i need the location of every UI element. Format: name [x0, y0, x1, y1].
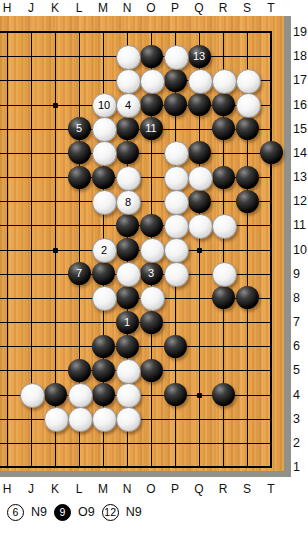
- stone-move-number-N12: 8: [125, 197, 131, 208]
- go-diagram-screen: HJKLMNOPQRST 1351173110482 1918171615141…: [0, 0, 308, 537]
- stone-black-Q16: [188, 93, 211, 116]
- row-label-11: 11: [293, 218, 308, 232]
- stone-white-L4: [68, 383, 93, 408]
- col-label-bottom-K: K: [47, 482, 63, 496]
- stone-black-O5: [140, 359, 163, 382]
- stone-white-R11: [212, 214, 237, 239]
- stone-white-M16: 10: [92, 93, 117, 118]
- row-label-15: 15: [293, 122, 308, 136]
- stone-white-P10: [164, 238, 189, 263]
- stone-white-M10: 2: [92, 238, 117, 263]
- stone-black-S8: [236, 286, 259, 309]
- stone-black-S12: [236, 190, 259, 213]
- row-label-7: 7: [293, 315, 308, 329]
- caption-move-12-circle: 12: [102, 504, 119, 521]
- stone-white-M15: [92, 117, 117, 142]
- row-label-8: 8: [293, 291, 308, 305]
- stone-white-M12: [92, 190, 117, 215]
- stone-white-M8: [92, 286, 117, 311]
- col-label-bottom-O: O: [143, 482, 159, 496]
- stone-black-N10: [116, 238, 139, 261]
- stone-black-O9: 3: [140, 262, 163, 285]
- stone-black-Q14: [188, 141, 211, 164]
- stone-white-Q13: [188, 166, 213, 191]
- col-label-bottom-N: N: [119, 482, 135, 496]
- stone-move-number-O15: 11: [145, 123, 156, 134]
- stone-black-L5: [68, 359, 91, 382]
- stone-black-N7: 1: [116, 311, 139, 334]
- stone-black-N6: [116, 335, 139, 358]
- stone-move-number-L9: 7: [76, 268, 82, 279]
- stone-black-P6: [164, 335, 187, 358]
- stone-white-O10: [140, 238, 165, 263]
- stone-move-number-N7: 1: [124, 317, 130, 328]
- stone-black-L9: 7: [68, 262, 91, 285]
- stone-move-number-M16: 10: [98, 100, 110, 111]
- row-label-2: 2: [293, 436, 308, 450]
- stone-white-P11: [164, 214, 189, 239]
- stone-white-P9: [164, 262, 189, 287]
- caption-move-9-circle: 9: [54, 504, 71, 521]
- stone-black-M13: [92, 166, 115, 189]
- stone-white-O17: [140, 69, 165, 94]
- stone-black-L14: [68, 141, 91, 164]
- row-label-6: 6: [293, 339, 308, 353]
- stone-black-R15: [212, 117, 235, 140]
- stone-black-N11: [116, 214, 139, 237]
- col-label-bottom-M: M: [95, 482, 111, 496]
- stone-black-R16: [212, 93, 235, 116]
- stone-white-N13: [116, 166, 141, 191]
- move-caption: 6N99O912N9: [7, 501, 142, 523]
- stone-move-number-O9: 3: [148, 268, 154, 279]
- row-label-10: 10: [293, 243, 308, 257]
- stone-white-N4: [116, 383, 141, 408]
- stone-white-N12: 8: [116, 190, 141, 215]
- stone-white-Q17: [188, 69, 213, 94]
- stone-white-S17: [236, 69, 261, 94]
- stone-black-M9: [92, 262, 115, 285]
- row-label-12: 12: [293, 194, 308, 208]
- stone-white-L3: [68, 407, 93, 432]
- stone-black-R4: [212, 383, 235, 406]
- stone-black-O15: 11: [140, 117, 163, 140]
- row-label-14: 14: [293, 146, 308, 160]
- row-label-9: 9: [293, 267, 308, 281]
- col-label-bottom-L: L: [71, 482, 87, 496]
- stone-move-number-L15: 5: [76, 123, 82, 134]
- stones-layer: 1351173110482: [0, 0, 308, 537]
- stone-white-M14: [92, 141, 117, 166]
- stone-white-P13: [164, 166, 189, 191]
- stone-white-O8: [140, 286, 165, 311]
- stone-white-P14: [164, 141, 189, 166]
- stone-white-J4: [20, 383, 45, 408]
- stone-black-M4: [92, 383, 115, 406]
- stone-black-R8: [212, 286, 235, 309]
- col-label-bottom-R: R: [215, 482, 231, 496]
- stone-black-L15: 5: [68, 117, 91, 140]
- stone-black-P17: [164, 69, 187, 92]
- col-label-bottom-H: H: [0, 482, 15, 496]
- caption-move-6-point: N9: [31, 505, 47, 519]
- stone-black-Q18: 13: [188, 45, 211, 68]
- stone-black-O18: [140, 45, 163, 68]
- stone-black-P16: [164, 93, 187, 116]
- col-label-bottom-S: S: [239, 482, 255, 496]
- stone-black-O16: [140, 93, 163, 116]
- stone-white-M3: [92, 407, 117, 432]
- stone-white-R9: [212, 262, 237, 287]
- stone-black-R13: [212, 166, 235, 189]
- stone-white-N16: 4: [116, 93, 141, 118]
- stone-black-P4: [164, 383, 187, 406]
- stone-white-N17: [116, 69, 141, 94]
- stone-black-N15: [116, 117, 139, 140]
- stone-black-L13: [68, 166, 91, 189]
- row-label-13: 13: [293, 170, 308, 184]
- row-label-4: 4: [293, 388, 308, 402]
- stone-black-N14: [116, 141, 139, 164]
- stone-white-P12: [164, 190, 189, 215]
- stone-white-N9: [116, 262, 141, 287]
- stone-move-number-Q18: 13: [193, 51, 205, 62]
- row-label-16: 16: [293, 98, 308, 112]
- row-label-5: 5: [293, 363, 308, 377]
- stone-white-N3: [116, 407, 141, 432]
- stone-black-K4: [44, 383, 67, 406]
- stone-black-Q12: [188, 190, 211, 213]
- caption-move-12-point: N9: [126, 505, 142, 519]
- row-label-18: 18: [293, 49, 308, 63]
- stone-white-Q11: [188, 214, 213, 239]
- stone-black-S13: [236, 166, 259, 189]
- stone-black-S15: [236, 117, 259, 140]
- caption-move-6-circle: 6: [7, 504, 24, 521]
- stone-black-N8: [116, 286, 139, 309]
- stone-white-S16: [236, 93, 261, 118]
- stone-white-N5: [116, 359, 141, 384]
- col-label-bottom-T: T: [263, 482, 279, 496]
- stone-white-K3: [44, 407, 69, 432]
- stone-white-P18: [164, 45, 189, 70]
- stone-black-O7: [140, 311, 163, 334]
- stone-black-M5: [92, 359, 115, 382]
- col-label-bottom-J: J: [23, 482, 39, 496]
- row-label-3: 3: [293, 412, 308, 426]
- row-label-19: 19: [293, 25, 308, 39]
- row-label-17: 17: [293, 73, 308, 87]
- caption-move-9-point: O9: [78, 505, 95, 519]
- row-label-1: 1: [293, 460, 308, 474]
- stone-move-number-M10: 2: [101, 245, 107, 256]
- stone-black-O11: [140, 214, 163, 237]
- stone-white-N18: [116, 45, 141, 70]
- col-label-bottom-P: P: [167, 482, 183, 496]
- col-label-bottom-Q: Q: [191, 482, 207, 496]
- stone-move-number-N16: 4: [125, 100, 131, 111]
- stone-black-T14: [260, 141, 283, 164]
- stone-black-M6: [92, 335, 115, 358]
- stone-white-R17: [212, 69, 237, 94]
